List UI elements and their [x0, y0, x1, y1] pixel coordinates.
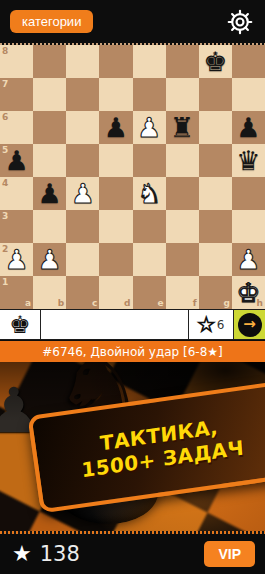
file-label-e: e [158, 299, 164, 308]
white-king[interactable]: ♚ [232, 276, 265, 309]
square-h6[interactable]: ♟ [232, 111, 265, 144]
turn-indicator: ♚ [0, 310, 41, 339]
square-h5[interactable]: ♛ [232, 144, 265, 177]
square-c7[interactable] [66, 78, 99, 111]
square-b8[interactable] [33, 45, 66, 78]
gear-icon[interactable] [227, 9, 253, 35]
square-a7[interactable]: 7 [0, 78, 33, 111]
square-b2[interactable]: ♟ [33, 243, 66, 276]
square-h1[interactable]: h♚ [232, 276, 265, 309]
square-d6[interactable]: ♟ [99, 111, 132, 144]
bottom-bar: ★ 138 VIP [0, 534, 265, 574]
white-pawn[interactable]: ♟ [232, 243, 265, 276]
black-pawn[interactable]: ♟ [232, 111, 265, 144]
square-g5[interactable] [199, 144, 232, 177]
square-g4[interactable] [199, 177, 232, 210]
square-b7[interactable] [33, 78, 66, 111]
black-pawn[interactable]: ♟ [99, 111, 132, 144]
square-c3[interactable] [66, 210, 99, 243]
white-pawn[interactable]: ♟ [0, 243, 33, 276]
square-a1[interactable]: 1a [0, 276, 33, 309]
black-king[interactable]: ♚ [199, 45, 232, 78]
square-b3[interactable] [33, 210, 66, 243]
square-c1[interactable]: c [66, 276, 99, 309]
white-pawn[interactable]: ♟ [66, 177, 99, 210]
square-b5[interactable] [33, 144, 66, 177]
white-knight[interactable]: ♞ [133, 177, 166, 210]
square-c5[interactable] [66, 144, 99, 177]
square-g8[interactable]: ♚ [199, 45, 232, 78]
square-f7[interactable] [166, 78, 199, 111]
chess-board[interactable]: 8♚76♟♟♜♟5♟♛4♟♟♞32♟♟♟1abcdefgh♚ [0, 45, 265, 309]
black-pawn[interactable]: ♟ [33, 177, 66, 210]
puzzle-title: #6746, Двойной удар [6-8★] [42, 346, 223, 358]
file-label-d: d [124, 299, 130, 308]
square-h4[interactable] [232, 177, 265, 210]
rank-label-8: 8 [2, 47, 8, 56]
square-e8[interactable] [133, 45, 166, 78]
square-e6[interactable]: ♟ [133, 111, 166, 144]
square-d7[interactable] [99, 78, 132, 111]
file-label-f: f [193, 299, 197, 308]
top-bar: категории [0, 0, 265, 43]
star-outline-icon: ★ [198, 315, 215, 334]
rank-label-6: 6 [2, 113, 8, 122]
move-list-area[interactable] [41, 310, 188, 339]
file-label-b: b [58, 299, 64, 308]
square-a8[interactable]: 8 [0, 45, 33, 78]
square-e7[interactable] [133, 78, 166, 111]
square-d1[interactable]: d [99, 276, 132, 309]
square-f1[interactable]: f [166, 276, 199, 309]
arrow-circle: → [238, 313, 262, 337]
square-a6[interactable]: 6 [0, 111, 33, 144]
control-bar: ♚ ★ 6 → [0, 309, 265, 340]
square-e2[interactable] [133, 243, 166, 276]
square-h2[interactable]: ♟ [232, 243, 265, 276]
square-d5[interactable] [99, 144, 132, 177]
categories-button[interactable]: категории [10, 10, 93, 33]
vip-button[interactable]: VIP [204, 541, 255, 567]
square-b1[interactable]: b [33, 276, 66, 309]
rank-label-1: 1 [2, 278, 8, 287]
white-pawn[interactable]: ♟ [33, 243, 66, 276]
square-c4[interactable]: ♟ [66, 177, 99, 210]
square-c6[interactable] [66, 111, 99, 144]
square-c2[interactable] [66, 243, 99, 276]
square-h8[interactable] [232, 45, 265, 78]
file-label-a: a [25, 299, 31, 308]
stars-count: 138 [40, 544, 80, 565]
file-label-c: c [92, 299, 97, 308]
square-f6[interactable]: ♜ [166, 111, 199, 144]
rating-count: 6 [217, 318, 225, 332]
square-f4[interactable] [166, 177, 199, 210]
square-f3[interactable] [166, 210, 199, 243]
rank-label-3: 3 [2, 212, 8, 221]
square-a3[interactable]: 3 [0, 210, 33, 243]
square-b4[interactable]: ♟ [33, 177, 66, 210]
square-g2[interactable] [199, 243, 232, 276]
black-rook[interactable]: ♜ [166, 111, 199, 144]
square-a2[interactable]: 2♟ [0, 243, 33, 276]
square-h7[interactable] [232, 78, 265, 111]
rank-label-7: 7 [2, 80, 8, 89]
square-e5[interactable] [133, 144, 166, 177]
square-a5[interactable]: 5♟ [0, 144, 33, 177]
square-g6[interactable] [199, 111, 232, 144]
rank-label-4: 4 [2, 179, 8, 188]
white-pawn[interactable]: ♟ [133, 111, 166, 144]
promo-banner[interactable]: ♟ ♞ ТАКТИКА, 1500+ ЗАДАЧ [0, 362, 265, 531]
chess-puzzle-app: категории 8♚76♟♟♜♟5♟♛4♟♟♞32♟♟♟1abcdefgh♚… [0, 0, 265, 574]
arrow-right-icon: → [243, 317, 256, 332]
square-e1[interactable]: e [133, 276, 166, 309]
square-d3[interactable] [99, 210, 132, 243]
square-g7[interactable] [199, 78, 232, 111]
square-d4[interactable] [99, 177, 132, 210]
file-label-g: g [223, 299, 229, 308]
next-puzzle-button[interactable]: → [233, 310, 265, 339]
black-pawn[interactable]: ♟ [0, 144, 33, 177]
square-d8[interactable] [99, 45, 132, 78]
square-g3[interactable] [199, 210, 232, 243]
square-a4[interactable]: 4 [0, 177, 33, 210]
square-d2[interactable] [99, 243, 132, 276]
black-queen[interactable]: ♛ [232, 144, 265, 177]
square-e3[interactable] [133, 210, 166, 243]
square-f5[interactable] [166, 144, 199, 177]
square-e4[interactable]: ♞ [133, 177, 166, 210]
square-c8[interactable] [66, 45, 99, 78]
stars-score: ★ 138 [12, 543, 80, 565]
square-f2[interactable] [166, 243, 199, 276]
square-h3[interactable] [232, 210, 265, 243]
puzzle-rating: ★ 6 [188, 310, 233, 339]
star-icon: ★ [12, 543, 32, 565]
black-king-icon: ♚ [9, 313, 31, 337]
square-g1[interactable]: g [199, 276, 232, 309]
square-f8[interactable] [166, 45, 199, 78]
square-b6[interactable] [33, 111, 66, 144]
puzzle-info-bar: #6746, Двойной удар [6-8★] [0, 341, 265, 362]
